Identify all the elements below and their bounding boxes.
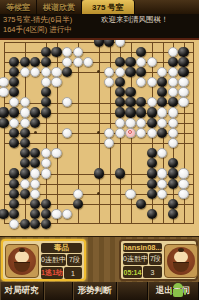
- player-left-rank: 7段: [67, 254, 82, 266]
- bar-spacer-2: [117, 282, 148, 300]
- player-right-name: hansin08...: [123, 243, 162, 252]
- white-stone: [168, 67, 178, 77]
- black-stone: [9, 179, 19, 189]
- white-stone: [115, 67, 125, 77]
- white-stone: [125, 189, 135, 199]
- white-stone: [41, 168, 51, 178]
- white-stone: [62, 47, 72, 57]
- black-stone: [94, 168, 104, 178]
- room-game-info: 375号室-猜先(6目半): [3, 15, 99, 25]
- black-stone: [125, 107, 135, 117]
- white-stone: [73, 47, 83, 57]
- black-stone: [30, 107, 40, 117]
- black-stone: [0, 107, 9, 117]
- game-research-button[interactable]: 对局研究: [0, 282, 44, 300]
- white-stone: [168, 118, 178, 128]
- white-stone: [136, 118, 146, 128]
- black-stone: [147, 107, 157, 117]
- black-stone: [0, 118, 9, 128]
- white-stone: [51, 67, 61, 77]
- white-stone: [30, 168, 40, 178]
- white-stone: [178, 179, 188, 189]
- black-stone: [125, 57, 135, 67]
- white-stone: [178, 189, 188, 199]
- black-stone: [168, 179, 178, 189]
- white-stone: [147, 77, 157, 87]
- black-stone: [41, 107, 51, 117]
- black-stone: [30, 219, 40, 229]
- black-stone: [147, 168, 157, 178]
- player-card-right[interactable]: hansin08... 0连胜中 7段 05:14 3: [119, 239, 198, 281]
- black-stone: [9, 107, 19, 117]
- white-stone: [147, 128, 157, 138]
- white-stone: [115, 118, 125, 128]
- black-stone: [178, 47, 188, 57]
- tab-room-375[interactable]: 375 号室: [82, 0, 135, 14]
- white-stone: [62, 128, 72, 138]
- app-window: 等候室 棋谱欣赏 375 号室 375号室-猜先(6目半) 164手(4区间) …: [0, 0, 199, 300]
- white-stone: [9, 219, 19, 229]
- black-stone: [136, 47, 146, 57]
- white-stone: [20, 67, 30, 77]
- white-stone: [157, 107, 167, 117]
- white-stone: [9, 118, 19, 128]
- black-stone: [9, 189, 19, 199]
- black-stone: [147, 179, 157, 189]
- white-stone: [41, 77, 51, 87]
- go-board[interactable]: [0, 40, 199, 236]
- black-stone: [20, 57, 30, 67]
- white-stone: [73, 189, 83, 199]
- black-stone: [41, 219, 51, 229]
- player-right-streak: 0连胜中: [123, 253, 148, 265]
- white-stone: [51, 209, 61, 219]
- white-stone: [125, 118, 135, 128]
- player-left-name: 毒品: [41, 243, 82, 253]
- avatar-right: [164, 244, 198, 278]
- white-stone: [115, 128, 125, 138]
- black-stone: [20, 138, 30, 148]
- white-stone: [168, 107, 178, 117]
- black-stone: [73, 199, 83, 209]
- black-stone: [20, 189, 30, 199]
- black-stone: [147, 189, 157, 199]
- welcome-message: 欢迎来到清风围棋！: [99, 14, 199, 38]
- black-stone: [168, 57, 178, 67]
- black-stone: [41, 47, 51, 57]
- white-stone: [51, 148, 61, 158]
- tab-bar: 等候室 棋谱欣赏 375 号室: [0, 0, 199, 14]
- black-stone: [20, 148, 30, 158]
- black-stone: [178, 67, 188, 77]
- black-stone: [147, 209, 157, 219]
- player-left-periods: 1: [64, 267, 82, 279]
- black-stone: [115, 168, 125, 178]
- player-left-time: 1逃1劫: [41, 268, 63, 278]
- info-bar: 375号室-猜先(6目半) 164手(4区间) 进行中 欢迎来到清风围棋！: [0, 14, 199, 38]
- black-stone: [20, 168, 30, 178]
- black-stone: [136, 107, 146, 117]
- black-stone: [41, 199, 51, 209]
- white-stone: [157, 168, 167, 178]
- black-stone: [147, 118, 157, 128]
- black-stone: [51, 47, 61, 57]
- white-stone: [30, 179, 40, 189]
- player-card-left[interactable]: 毒品 0连胜中 7段 1逃1劫 1: [1, 239, 86, 281]
- players-bar: 毒品 0连胜中 7段 1逃1劫 1 猜手 hansin08... 0连胜中 7段: [0, 236, 199, 282]
- black-stone: [9, 168, 19, 178]
- move-progress-info: 164手(4区间) 进行中: [3, 25, 99, 35]
- black-stone: [41, 57, 51, 67]
- android-robot-icon[interactable]: [170, 283, 186, 299]
- white-stone: [0, 77, 9, 87]
- player-right-periods: 3: [143, 266, 162, 278]
- avatar-left: [5, 244, 39, 278]
- white-stone: [20, 118, 30, 128]
- white-stone: [41, 67, 51, 77]
- white-stone: [178, 168, 188, 178]
- black-stone: [0, 209, 9, 219]
- white-stone: [20, 107, 30, 117]
- bar-spacer-1: [44, 282, 73, 300]
- white-stone: [168, 138, 178, 148]
- player-right-rank: 7段: [149, 253, 162, 265]
- white-stone: [178, 87, 188, 97]
- tab-game-records[interactable]: 棋谱欣赏: [37, 0, 82, 14]
- white-stone-last-move: [125, 128, 135, 138]
- black-stone: [20, 219, 30, 229]
- black-stone: [41, 209, 51, 219]
- black-stone: [115, 107, 125, 117]
- black-stone: [125, 67, 135, 77]
- black-stone: [20, 128, 30, 138]
- white-stone: [147, 57, 157, 67]
- white-stone: [51, 77, 61, 87]
- black-stone: [168, 199, 178, 209]
- white-stone: [168, 47, 178, 57]
- black-stone: [9, 128, 19, 138]
- black-stone: [115, 57, 125, 67]
- black-stone: [168, 168, 178, 178]
- tab-waiting-room[interactable]: 等候室: [0, 0, 37, 14]
- white-stone: [168, 128, 178, 138]
- white-stone: [73, 57, 83, 67]
- white-stone: [178, 77, 188, 87]
- white-stone: [62, 57, 72, 67]
- black-stone: [94, 40, 104, 47]
- position-judge-button[interactable]: 形势判断: [73, 282, 117, 300]
- player-right-time: 05:14: [123, 269, 141, 276]
- black-stone: [9, 57, 19, 67]
- black-stone: [125, 87, 135, 97]
- player-left-streak: 0连胜中: [41, 254, 66, 266]
- black-stone: [178, 57, 188, 67]
- black-stone: [147, 148, 157, 158]
- white-stone: [20, 179, 30, 189]
